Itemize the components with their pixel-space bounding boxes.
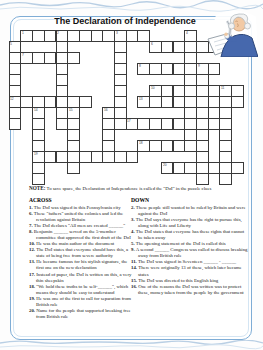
across-clues-section: ACROSS 1. The DoI was signed in this Pen… (29, 197, 134, 320)
clue-item: 20. Name for the people that supported b… (29, 308, 134, 320)
clue-item: 12. The DoI states that everyone should … (29, 247, 134, 259)
clue-item-number: 15. (131, 278, 138, 283)
across-heading: ACROSS (29, 197, 134, 203)
clue-number: 17 (127, 119, 131, 122)
grid-cell[interactable] (196, 173, 209, 185)
clue-item-number: 12. (29, 247, 36, 252)
clue-item: 18. "We hold these truths to be self-___… (29, 284, 134, 296)
clue-item: 1. The DoI was signed in this Pennsylvan… (29, 205, 134, 211)
grid-cell[interactable] (219, 173, 232, 185)
clue-number: 14 (34, 108, 38, 111)
down-clue-list: 2. These people still wanted to be ruled… (131, 205, 249, 296)
clue-item: 8. Benjamin ______ served on the 5-membe… (29, 229, 134, 241)
clue-number: 20 (163, 163, 167, 166)
clue-number: 4 (186, 31, 188, 34)
note-text: To save space, the Declaration of Indepe… (47, 186, 212, 191)
clue-number: 18 (139, 141, 143, 144)
clue-number: 5 (10, 42, 12, 45)
down-heading: DOWN (131, 197, 249, 203)
note-line: NOTE: To save space, the Declaration of … (29, 185, 244, 192)
clue-item: 19. He was one of the first to call for … (29, 296, 134, 308)
clue-item-number: 9. (131, 247, 136, 252)
clue-number: 11 (221, 86, 224, 89)
clue-item-number: 2. (131, 205, 136, 210)
clue-number: 12 (10, 97, 14, 100)
clue-number: 9 (198, 64, 200, 67)
clue-number: 1 (22, 31, 24, 34)
clue-item-number: 17. (29, 272, 36, 277)
clue-number: 7 (22, 53, 24, 56)
clue-item-number: 7. (29, 223, 34, 228)
grid-cell[interactable] (9, 118, 22, 130)
grid-cell[interactable] (79, 96, 92, 108)
grid-cell[interactable] (32, 173, 45, 185)
clue-item: 4. The DoI states that everyone has thes… (131, 229, 249, 241)
clue-number: 10 (151, 86, 155, 89)
grid-cell[interactable] (231, 162, 244, 174)
clue-item-number: 1. (29, 205, 34, 210)
clue-item-number: 10. (29, 241, 36, 246)
clue-number: 3 (116, 31, 118, 34)
clue-number: 8 (139, 64, 141, 67)
grid-cell[interactable] (67, 52, 80, 64)
grid-cell[interactable] (231, 96, 244, 108)
clue-number: 15 (69, 108, 73, 111)
clue-number: 19 (34, 152, 38, 155)
clue-number: 6 (151, 42, 153, 45)
grid-cell[interactable] (126, 151, 139, 163)
clue-item-number: 20. (29, 308, 36, 313)
clue-item-number: 4. (131, 229, 136, 234)
clue-item-number: 8. (29, 229, 34, 234)
clue-item-number: 6. (29, 211, 34, 216)
clue-item: 14. There were originally 13 of these, w… (131, 265, 249, 277)
colonial-writer-with-quill-icon (206, 9, 258, 57)
clue-item-number: 11. (131, 259, 138, 264)
clue-item-number: 16. (131, 284, 138, 289)
clue-item-number: 18. (29, 284, 36, 289)
clue-item-number: 5. (131, 241, 136, 246)
worksheet-page: { "game": "crossword", "title": "The Dec… (0, 0, 263, 350)
clue-item: 16. One of the reasons the DoI was writt… (131, 284, 249, 296)
clue-item-number: 19. (29, 296, 36, 301)
across-clue-list: 1. The DoI was signed in this Pennsylvan… (29, 205, 134, 321)
clue-item-number: 3. (131, 217, 136, 222)
clue-item-number: 13. (29, 259, 36, 264)
grid-cell[interactable] (67, 162, 80, 174)
clue-item: 13. He became famous for his stylish sig… (29, 259, 134, 271)
clue-number: 16 (104, 108, 108, 111)
clue-item: 7. The DoI declares "All men are created… (29, 223, 134, 229)
clue-item: 2. These people still wanted to be ruled… (131, 205, 249, 217)
clue-item: 6. These "fathers" united the colonies a… (29, 211, 134, 223)
clue-number: 13 (139, 97, 143, 100)
clue-number: 2 (57, 31, 59, 34)
clue-item: 3. The DoI says that everyone has the ri… (131, 217, 249, 229)
down-clues-section: DOWN 2. These people still wanted to be … (131, 197, 249, 296)
note-label: NOTE: (29, 185, 45, 191)
clue-item-number: 14. (131, 265, 138, 270)
bottom-wave-lines (0, 340, 263, 350)
clue-item: 9. A second ______ Congress was called t… (131, 247, 249, 259)
grid-cell[interactable] (208, 63, 221, 75)
clue-item: 17. Instead of paper, the DoI is written… (29, 272, 134, 284)
